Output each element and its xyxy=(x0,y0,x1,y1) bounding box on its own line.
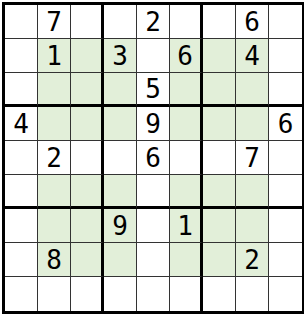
cell-r1c8[interactable]: 6 xyxy=(236,5,269,39)
cell-r4c7[interactable] xyxy=(203,107,236,141)
cell-r4c9[interactable]: 6 xyxy=(269,107,302,141)
cell-r1c1[interactable] xyxy=(5,5,38,39)
cell-r1c2[interactable]: 7 xyxy=(38,5,71,39)
cell-r9c3[interactable] xyxy=(71,277,104,311)
cell-r9c2[interactable] xyxy=(38,277,71,311)
cell-r8c2[interactable]: 8 xyxy=(38,243,71,277)
cell-r5c6[interactable] xyxy=(170,141,203,175)
cell-r3c2[interactable] xyxy=(38,73,71,107)
cell-r5c7[interactable] xyxy=(203,141,236,175)
cell-r4c1[interactable]: 4 xyxy=(5,107,38,141)
cell-r2c6[interactable]: 6 xyxy=(170,39,203,73)
cell-r7c5[interactable] xyxy=(137,209,170,243)
cell-r7c4[interactable]: 9 xyxy=(104,209,137,243)
cell-r6c4[interactable] xyxy=(104,175,137,209)
cell-r5c5[interactable]: 6 xyxy=(137,141,170,175)
cell-r7c2[interactable] xyxy=(38,209,71,243)
cell-r5c2[interactable]: 2 xyxy=(38,141,71,175)
cell-r2c8[interactable]: 4 xyxy=(236,39,269,73)
cell-r3c8[interactable] xyxy=(236,73,269,107)
cell-r9c8[interactable] xyxy=(236,277,269,311)
cell-r6c5[interactable] xyxy=(137,175,170,209)
cell-r8c5[interactable] xyxy=(137,243,170,277)
cell-r1c9[interactable] xyxy=(269,5,302,39)
cell-r3c6[interactable] xyxy=(170,73,203,107)
cell-r9c7[interactable] xyxy=(203,277,236,311)
cell-r7c3[interactable] xyxy=(71,209,104,243)
cell-r2c5[interactable] xyxy=(137,39,170,73)
cell-r8c6[interactable] xyxy=(170,243,203,277)
cell-r2c7[interactable] xyxy=(203,39,236,73)
cell-r4c2[interactable] xyxy=(38,107,71,141)
cell-r4c3[interactable] xyxy=(71,107,104,141)
cell-r1c6[interactable] xyxy=(170,5,203,39)
cell-r1c5[interactable]: 2 xyxy=(137,5,170,39)
cell-r3c3[interactable] xyxy=(71,73,104,107)
cell-r9c4[interactable] xyxy=(104,277,137,311)
cell-r4c6[interactable] xyxy=(170,107,203,141)
sudoku-board: 726136454962679182 xyxy=(2,2,304,314)
cell-r7c6[interactable]: 1 xyxy=(170,209,203,243)
cell-r6c3[interactable] xyxy=(71,175,104,209)
cell-r5c1[interactable] xyxy=(5,141,38,175)
cell-r2c2[interactable]: 1 xyxy=(38,39,71,73)
cell-r5c4[interactable] xyxy=(104,141,137,175)
cell-r3c4[interactable] xyxy=(104,73,137,107)
cell-r9c1[interactable] xyxy=(5,277,38,311)
cell-r5c9[interactable] xyxy=(269,141,302,175)
cell-r6c1[interactable] xyxy=(5,175,38,209)
cell-r2c4[interactable]: 3 xyxy=(104,39,137,73)
cell-r8c9[interactable] xyxy=(269,243,302,277)
cell-r6c9[interactable] xyxy=(269,175,302,209)
cell-r6c8[interactable] xyxy=(236,175,269,209)
cell-r2c9[interactable] xyxy=(269,39,302,73)
cell-r8c7[interactable] xyxy=(203,243,236,277)
cell-r7c1[interactable] xyxy=(5,209,38,243)
cell-r8c4[interactable] xyxy=(104,243,137,277)
cell-r6c7[interactable] xyxy=(203,175,236,209)
cell-r3c9[interactable] xyxy=(269,73,302,107)
cell-r8c1[interactable] xyxy=(5,243,38,277)
cell-r7c9[interactable] xyxy=(269,209,302,243)
cell-r9c9[interactable] xyxy=(269,277,302,311)
cell-r5c8[interactable]: 7 xyxy=(236,141,269,175)
cell-r4c8[interactable] xyxy=(236,107,269,141)
cell-r9c6[interactable] xyxy=(170,277,203,311)
cell-r1c7[interactable] xyxy=(203,5,236,39)
cell-r7c8[interactable] xyxy=(236,209,269,243)
cell-r6c6[interactable] xyxy=(170,175,203,209)
cell-r7c7[interactable] xyxy=(203,209,236,243)
cell-r3c1[interactable] xyxy=(5,73,38,107)
cell-r2c1[interactable] xyxy=(5,39,38,73)
cell-r9c5[interactable] xyxy=(137,277,170,311)
cell-r8c8[interactable]: 2 xyxy=(236,243,269,277)
cell-r4c5[interactable]: 9 xyxy=(137,107,170,141)
cell-r1c3[interactable] xyxy=(71,5,104,39)
cell-r2c3[interactable] xyxy=(71,39,104,73)
cell-r3c5[interactable]: 5 xyxy=(137,73,170,107)
cell-r5c3[interactable] xyxy=(71,141,104,175)
cell-r8c3[interactable] xyxy=(71,243,104,277)
cell-r3c7[interactable] xyxy=(203,73,236,107)
cell-r6c2[interactable] xyxy=(38,175,71,209)
cell-r1c4[interactable] xyxy=(104,5,137,39)
cell-r4c4[interactable] xyxy=(104,107,137,141)
